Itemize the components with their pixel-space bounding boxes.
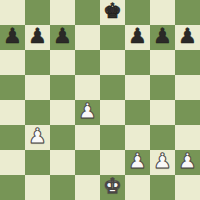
square-h1[interactable] (175, 175, 200, 200)
square-e4[interactable] (100, 100, 125, 125)
square-e5[interactable] (100, 75, 125, 100)
square-e3[interactable] (100, 125, 125, 150)
square-c6[interactable] (50, 50, 75, 75)
black-pawn-h7[interactable]: ♟ (178, 25, 197, 49)
square-e6[interactable] (100, 50, 125, 75)
square-f8[interactable] (125, 0, 150, 25)
square-c2[interactable] (50, 150, 75, 175)
square-b4[interactable] (25, 100, 50, 125)
square-a4[interactable] (0, 100, 25, 125)
square-b6[interactable] (25, 50, 50, 75)
square-a5[interactable] (0, 75, 25, 100)
square-d6[interactable] (75, 50, 100, 75)
square-e8[interactable]: ♚ (100, 0, 125, 25)
square-g8[interactable] (150, 0, 175, 25)
square-d1[interactable] (75, 175, 100, 200)
square-g2[interactable]: ♟ (150, 150, 175, 175)
square-g7[interactable]: ♟ (150, 25, 175, 50)
square-h7[interactable]: ♟ (175, 25, 200, 50)
square-c7[interactable]: ♟ (50, 25, 75, 50)
square-h6[interactable] (175, 50, 200, 75)
square-e7[interactable] (100, 25, 125, 50)
square-g5[interactable] (150, 75, 175, 100)
square-d5[interactable] (75, 75, 100, 100)
square-c4[interactable] (50, 100, 75, 125)
square-h4[interactable] (175, 100, 200, 125)
square-f2[interactable]: ♟ (125, 150, 150, 175)
black-pawn-a7[interactable]: ♟ (3, 25, 22, 49)
square-h2[interactable]: ♟ (175, 150, 200, 175)
square-f6[interactable] (125, 50, 150, 75)
square-b8[interactable] (25, 0, 50, 25)
square-e2[interactable] (100, 150, 125, 175)
black-pawn-b7[interactable]: ♟ (28, 25, 47, 49)
square-g4[interactable] (150, 100, 175, 125)
square-b3[interactable]: ♟ (25, 125, 50, 150)
white-pawn-g2[interactable]: ♟ (153, 150, 172, 174)
black-pawn-c7[interactable]: ♟ (53, 25, 72, 49)
square-a2[interactable] (0, 150, 25, 175)
square-d2[interactable] (75, 150, 100, 175)
white-pawn-b3[interactable]: ♟ (28, 125, 47, 149)
square-g1[interactable] (150, 175, 175, 200)
square-c8[interactable] (50, 0, 75, 25)
square-c5[interactable] (50, 75, 75, 100)
square-b2[interactable] (25, 150, 50, 175)
square-h5[interactable] (175, 75, 200, 100)
square-d3[interactable] (75, 125, 100, 150)
square-a7[interactable]: ♟ (0, 25, 25, 50)
square-b5[interactable] (25, 75, 50, 100)
black-king-e8[interactable]: ♚ (103, 0, 122, 24)
square-c1[interactable] (50, 175, 75, 200)
square-f5[interactable] (125, 75, 150, 100)
square-d4[interactable]: ♟ (75, 100, 100, 125)
white-pawn-h2[interactable]: ♟ (178, 150, 197, 174)
white-pawn-d4[interactable]: ♟ (78, 100, 97, 124)
white-pawn-f2[interactable]: ♟ (128, 150, 147, 174)
square-g6[interactable] (150, 50, 175, 75)
black-pawn-f7[interactable]: ♟ (128, 25, 147, 49)
square-a1[interactable] (0, 175, 25, 200)
square-a8[interactable] (0, 0, 25, 25)
square-g3[interactable] (150, 125, 175, 150)
square-e1[interactable]: ♚ (100, 175, 125, 200)
square-a6[interactable] (0, 50, 25, 75)
square-c3[interactable] (50, 125, 75, 150)
square-d7[interactable] (75, 25, 100, 50)
square-f1[interactable] (125, 175, 150, 200)
square-f3[interactable] (125, 125, 150, 150)
chess-board: ♚♟♟♟♟♟♟♟♟♟♟♟♚ (0, 0, 200, 200)
black-pawn-g7[interactable]: ♟ (153, 25, 172, 49)
square-b1[interactable] (25, 175, 50, 200)
square-d8[interactable] (75, 0, 100, 25)
square-a3[interactable] (0, 125, 25, 150)
square-f7[interactable]: ♟ (125, 25, 150, 50)
square-b7[interactable]: ♟ (25, 25, 50, 50)
square-h8[interactable] (175, 0, 200, 25)
square-f4[interactable] (125, 100, 150, 125)
square-h3[interactable] (175, 125, 200, 150)
white-king-e1[interactable]: ♚ (103, 175, 122, 199)
